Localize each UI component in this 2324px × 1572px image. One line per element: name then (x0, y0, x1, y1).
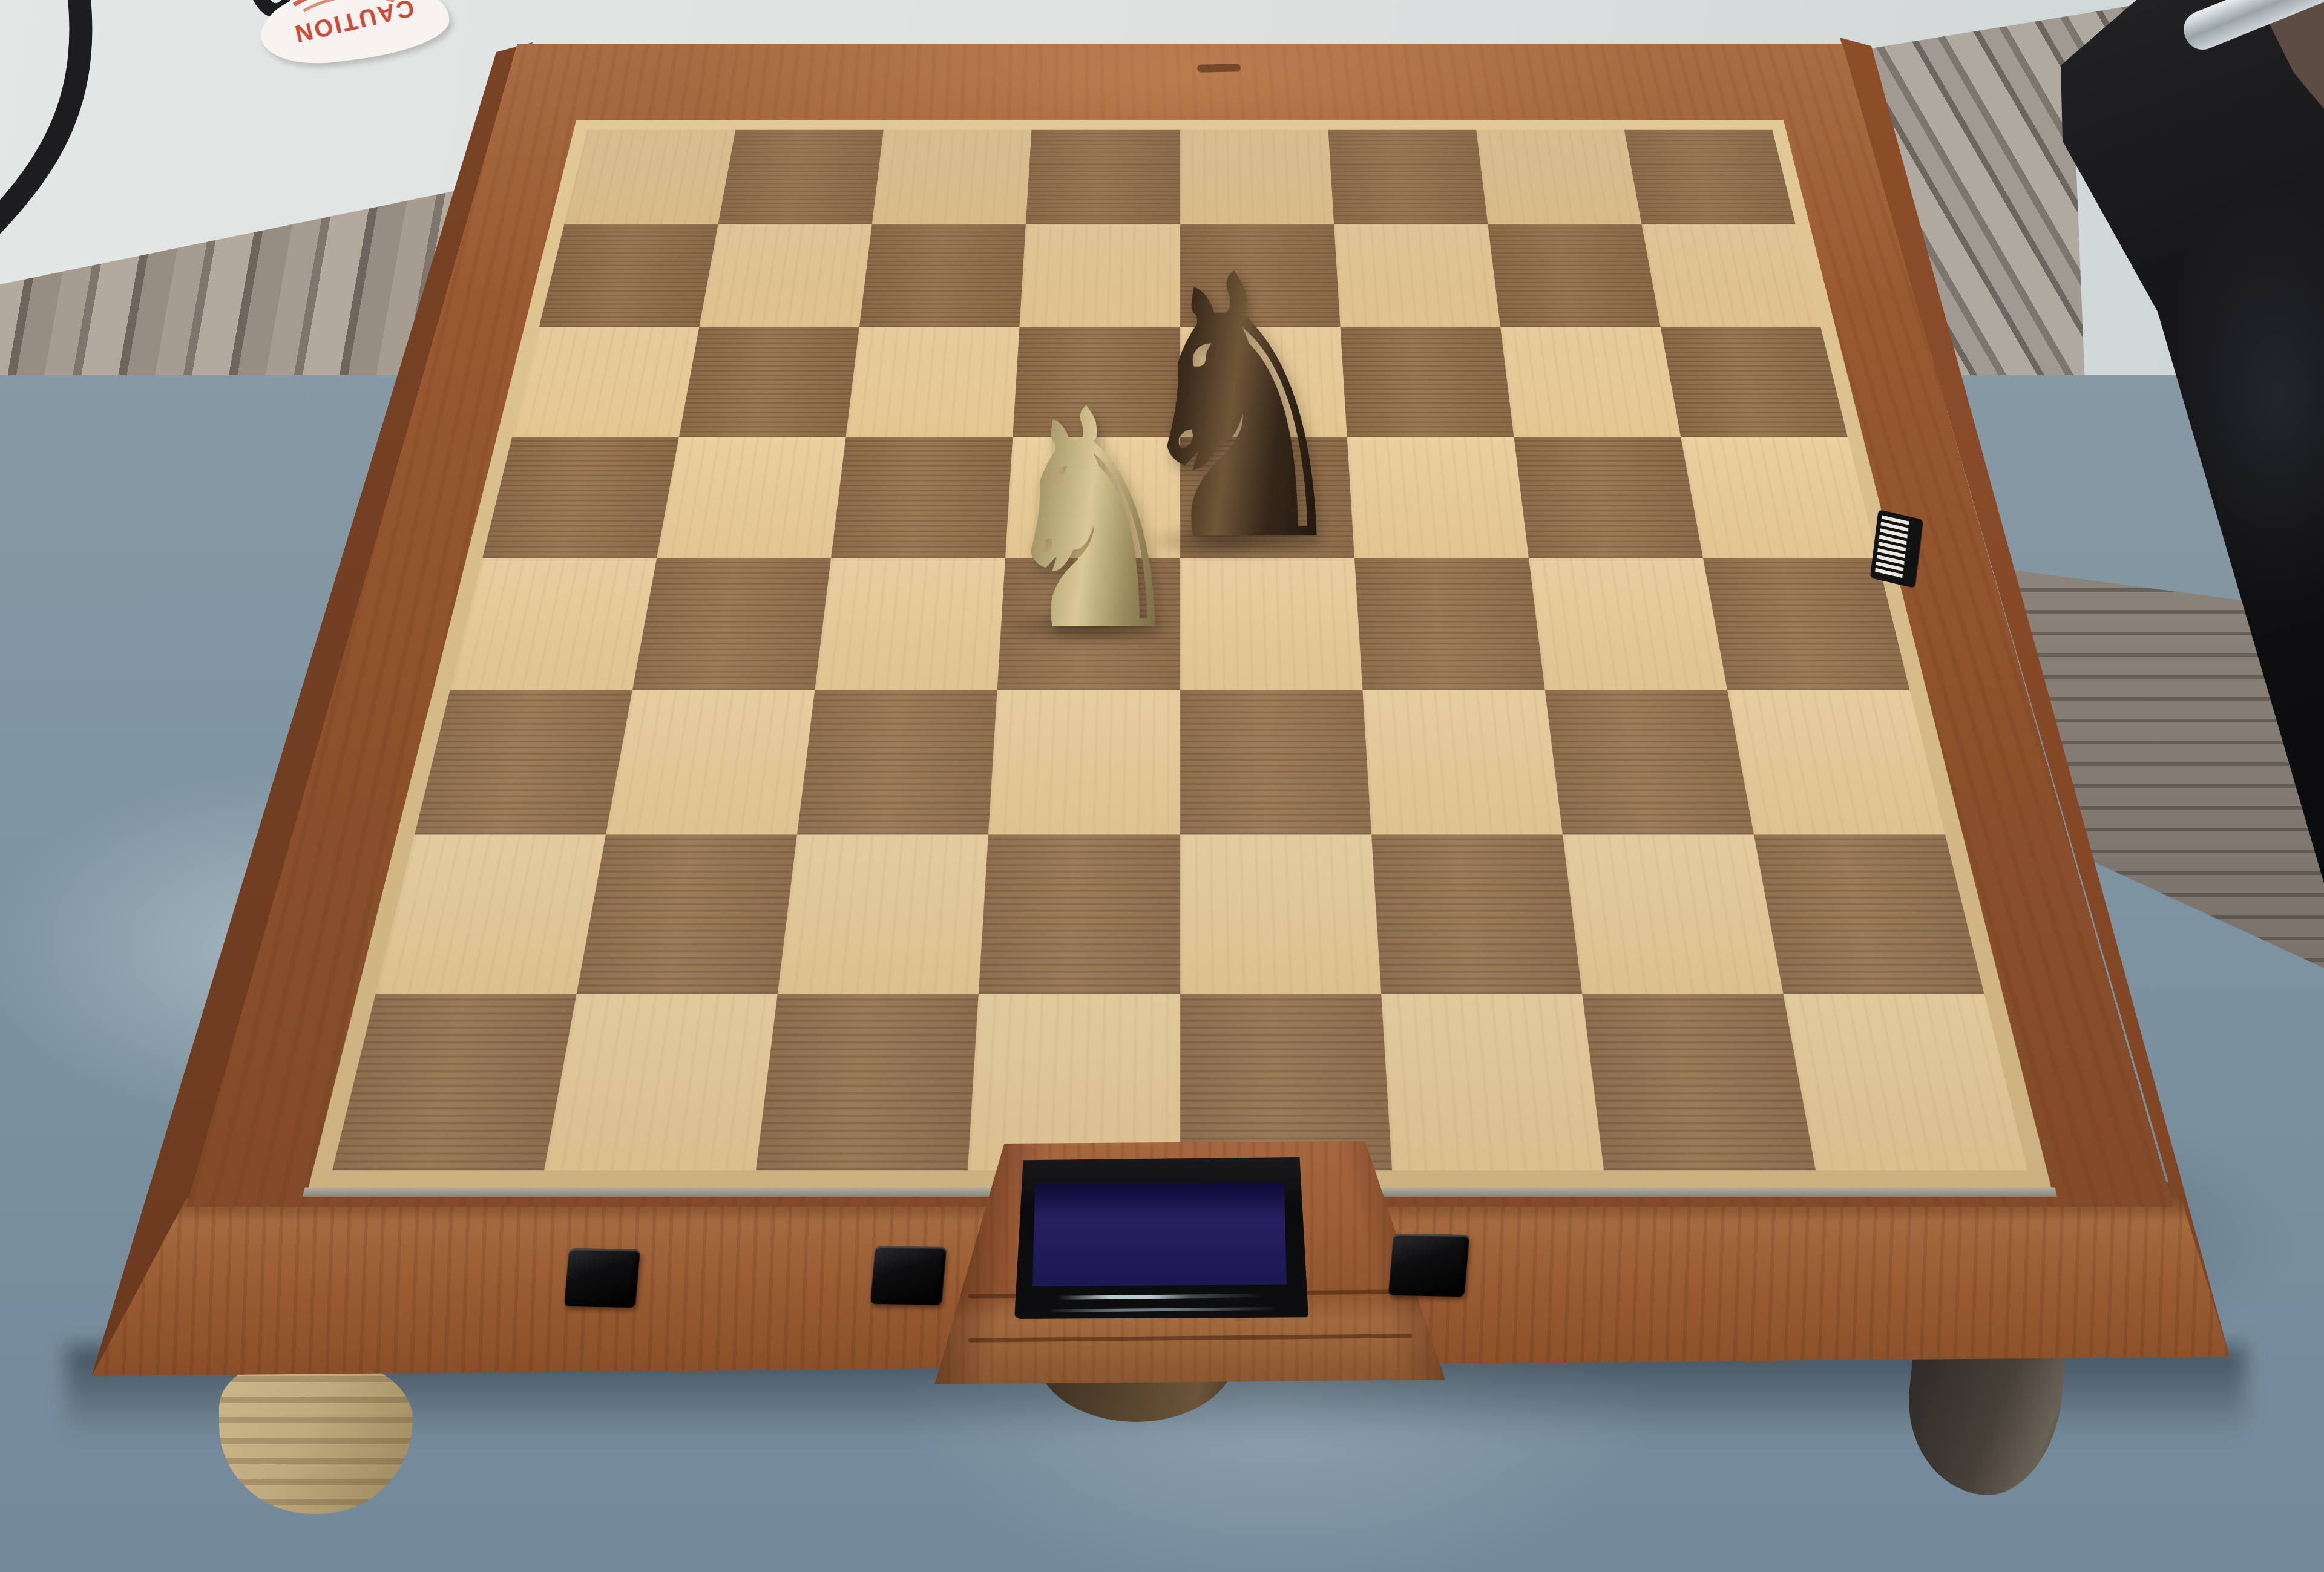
square-h6[interactable] (1660, 327, 1848, 437)
square-c4[interactable] (815, 558, 1006, 690)
square-d2[interactable] (979, 834, 1180, 994)
speaker-grille-slats (1875, 515, 1909, 580)
square-c6[interactable] (846, 327, 1020, 437)
square-c2[interactable] (778, 834, 988, 994)
square-h1[interactable] (1783, 994, 2027, 1170)
square-b8[interactable] (718, 130, 884, 224)
square-a6[interactable] (512, 327, 700, 437)
square-f6[interactable] (1340, 327, 1514, 437)
square-f4[interactable] (1354, 558, 1545, 690)
square-h5[interactable] (1681, 437, 1877, 558)
square-g7[interactable] (1488, 224, 1660, 327)
square-b6[interactable] (679, 327, 859, 437)
board-button-left[interactable] (564, 1248, 640, 1308)
square-a5[interactable] (482, 437, 679, 558)
square-e3[interactable] (1180, 690, 1371, 834)
square-h2[interactable] (1754, 834, 1984, 994)
square-f5[interactable] (1347, 437, 1528, 558)
square-f3[interactable] (1362, 690, 1563, 834)
square-c5[interactable] (831, 437, 1013, 558)
frame-seam-slot (1197, 64, 1241, 72)
square-b4[interactable] (632, 558, 831, 690)
square-b1[interactable] (544, 994, 778, 1170)
square-a7[interactable] (539, 224, 718, 327)
square-f2[interactable] (1371, 834, 1582, 994)
square-h7[interactable] (1641, 224, 1820, 327)
square-b7[interactable] (700, 224, 872, 327)
square-g2[interactable] (1563, 834, 1784, 994)
square-e2[interactable] (1180, 834, 1381, 994)
square-g6[interactable] (1500, 327, 1681, 437)
square-b3[interactable] (606, 690, 815, 834)
square-a2[interactable] (376, 834, 606, 994)
square-a1[interactable] (332, 994, 577, 1170)
lcd-screen (1032, 1182, 1287, 1286)
square-a8[interactable] (564, 130, 735, 224)
board-button-center[interactable] (870, 1246, 947, 1305)
square-g3[interactable] (1544, 690, 1753, 834)
square-c7[interactable] (859, 224, 1026, 327)
square-d3[interactable] (988, 690, 1180, 834)
board-button-right[interactable] (1388, 1234, 1470, 1297)
power-cable (0, 0, 484, 363)
square-b2[interactable] (577, 834, 798, 994)
pedestal-groove-lower (968, 1334, 1412, 1343)
square-a3[interactable] (415, 690, 632, 834)
photo-scene: CAUTION ♞ ♞ (0, 0, 2324, 1572)
white-knight-d4[interactable]: ♞ (996, 401, 1191, 643)
square-g5[interactable] (1514, 437, 1703, 558)
square-a4[interactable] (450, 558, 657, 690)
square-c1[interactable] (756, 994, 979, 1170)
square-c8[interactable] (872, 130, 1032, 224)
square-c3[interactable] (797, 690, 997, 834)
square-b5[interactable] (657, 437, 846, 558)
square-g8[interactable] (1476, 130, 1641, 224)
square-h3[interactable] (1727, 690, 1945, 834)
square-g4[interactable] (1529, 558, 1727, 690)
speaker-grille (1870, 509, 1923, 588)
square-f1[interactable] (1381, 994, 1604, 1170)
square-g1[interactable] (1582, 994, 1816, 1170)
square-h8[interactable] (1624, 130, 1796, 224)
